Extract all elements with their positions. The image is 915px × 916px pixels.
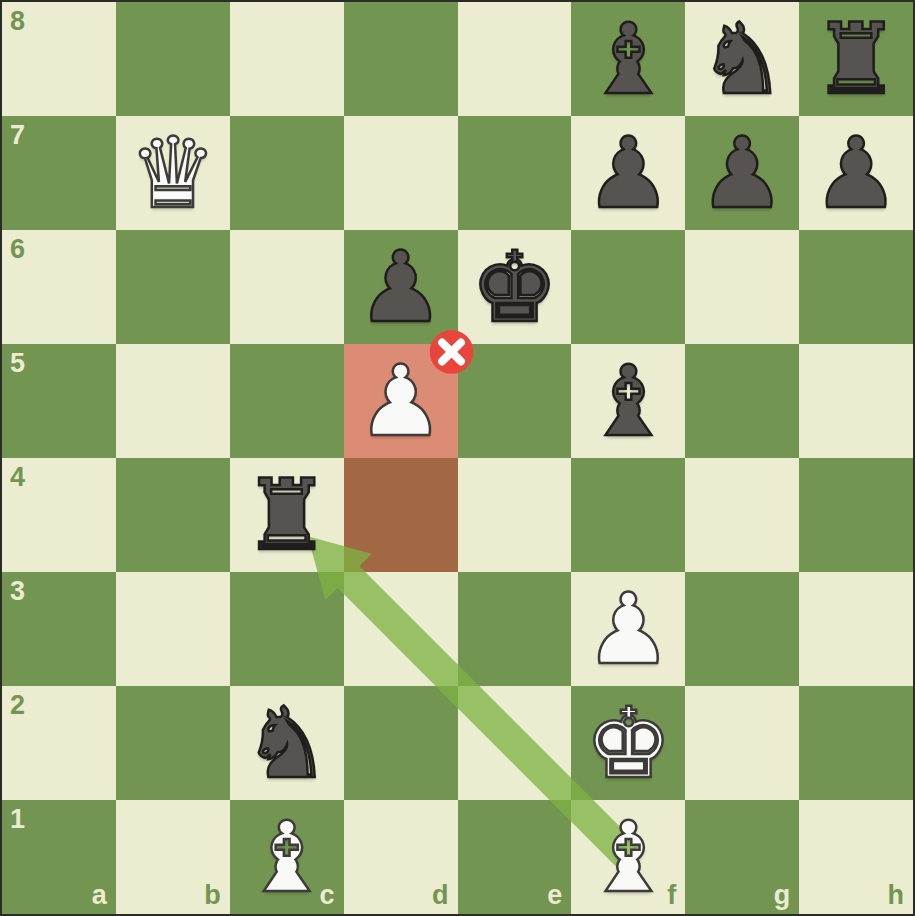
- piece-black-rook-c4[interactable]: ♜: [230, 458, 344, 572]
- piece-white-king-f2[interactable]: ♚: [571, 686, 685, 800]
- board-frame: 87654321abcdefgh ♝♞♜♛♟♟♟♟♚♟♝♜♟♞♚♝♝: [0, 0, 915, 916]
- piece-black-bishop-f8[interactable]: ♝: [571, 2, 685, 116]
- piece-white-bishop-c1[interactable]: ♝: [230, 800, 344, 914]
- piece-white-pawn-f3[interactable]: ♟: [571, 572, 685, 686]
- piece-black-pawn-h7[interactable]: ♟: [799, 116, 913, 230]
- piece-white-queen-b7[interactable]: ♛: [116, 116, 230, 230]
- piece-black-pawn-g7[interactable]: ♟: [685, 116, 799, 230]
- piece-black-pawn-d6[interactable]: ♟: [344, 230, 458, 344]
- piece-black-knight-c2[interactable]: ♞: [230, 686, 344, 800]
- chess-board: 87654321abcdefgh ♝♞♜♛♟♟♟♟♚♟♝♜♟♞♚♝♝: [2, 2, 913, 914]
- piece-white-bishop-f1[interactable]: ♝: [571, 800, 685, 914]
- piece-black-rook-h8[interactable]: ♜: [799, 2, 913, 116]
- pieces-layer: ♝♞♜♛♟♟♟♟♚♟♝♜♟♞♚♝♝: [2, 2, 913, 914]
- piece-black-knight-g8[interactable]: ♞: [685, 2, 799, 116]
- piece-black-bishop-f5[interactable]: ♝: [571, 344, 685, 458]
- piece-white-pawn-d5[interactable]: ♟: [344, 344, 458, 458]
- piece-black-pawn-f7[interactable]: ♟: [571, 116, 685, 230]
- piece-black-king-e6[interactable]: ♚: [458, 230, 572, 344]
